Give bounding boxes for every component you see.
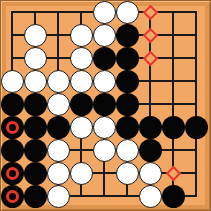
white-stone[interactable]: [139, 185, 162, 208]
white-stone[interactable]: [47, 139, 70, 162]
white-stone[interactable]: [93, 1, 116, 24]
black-stone[interactable]: [47, 116, 70, 139]
white-stone[interactable]: [93, 24, 116, 47]
white-stone[interactable]: [70, 47, 93, 70]
white-stone[interactable]: [116, 162, 139, 185]
screenshot-stage: [0, 0, 211, 211]
black-stone[interactable]: [162, 185, 185, 208]
white-stone[interactable]: [70, 24, 93, 47]
black-stone[interactable]: [1, 139, 24, 162]
white-stone[interactable]: [93, 139, 116, 162]
grid-line-vertical: [195, 11, 197, 197]
white-stone[interactable]: [24, 70, 47, 93]
white-stone[interactable]: [116, 139, 139, 162]
white-stone[interactable]: [70, 162, 93, 185]
black-stone[interactable]: [93, 47, 116, 70]
black-stone[interactable]: [139, 139, 162, 162]
black-stone[interactable]: [185, 116, 208, 139]
black-stone[interactable]: [116, 93, 139, 116]
white-stone[interactable]: [116, 1, 139, 24]
white-stone[interactable]: [70, 116, 93, 139]
black-stone[interactable]: [116, 70, 139, 93]
go-board[interactable]: [0, 0, 211, 211]
white-stone[interactable]: [93, 70, 116, 93]
white-stone[interactable]: [1, 70, 24, 93]
black-stone[interactable]: [93, 93, 116, 116]
black-stone[interactable]: [24, 139, 47, 162]
black-stone[interactable]: [116, 24, 139, 47]
white-stone[interactable]: [139, 162, 162, 185]
black-stone[interactable]: [24, 185, 47, 208]
white-stone[interactable]: [47, 185, 70, 208]
black-stone[interactable]: [116, 47, 139, 70]
black-stone[interactable]: [1, 93, 24, 116]
black-stone[interactable]: [24, 162, 47, 185]
red-circle-marker: [6, 190, 19, 203]
white-stone[interactable]: [47, 162, 70, 185]
red-circle-marker: [6, 121, 19, 134]
black-stone[interactable]: [162, 116, 185, 139]
black-stone[interactable]: [70, 93, 93, 116]
white-stone[interactable]: [70, 70, 93, 93]
white-stone[interactable]: [93, 116, 116, 139]
black-stone[interactable]: [24, 116, 47, 139]
black-stone[interactable]: [139, 116, 162, 139]
white-stone[interactable]: [24, 24, 47, 47]
black-stone[interactable]: [24, 93, 47, 116]
red-circle-marker: [6, 167, 19, 180]
black-stone[interactable]: [116, 116, 139, 139]
white-stone[interactable]: [47, 93, 70, 116]
white-stone[interactable]: [47, 70, 70, 93]
white-stone[interactable]: [24, 47, 47, 70]
